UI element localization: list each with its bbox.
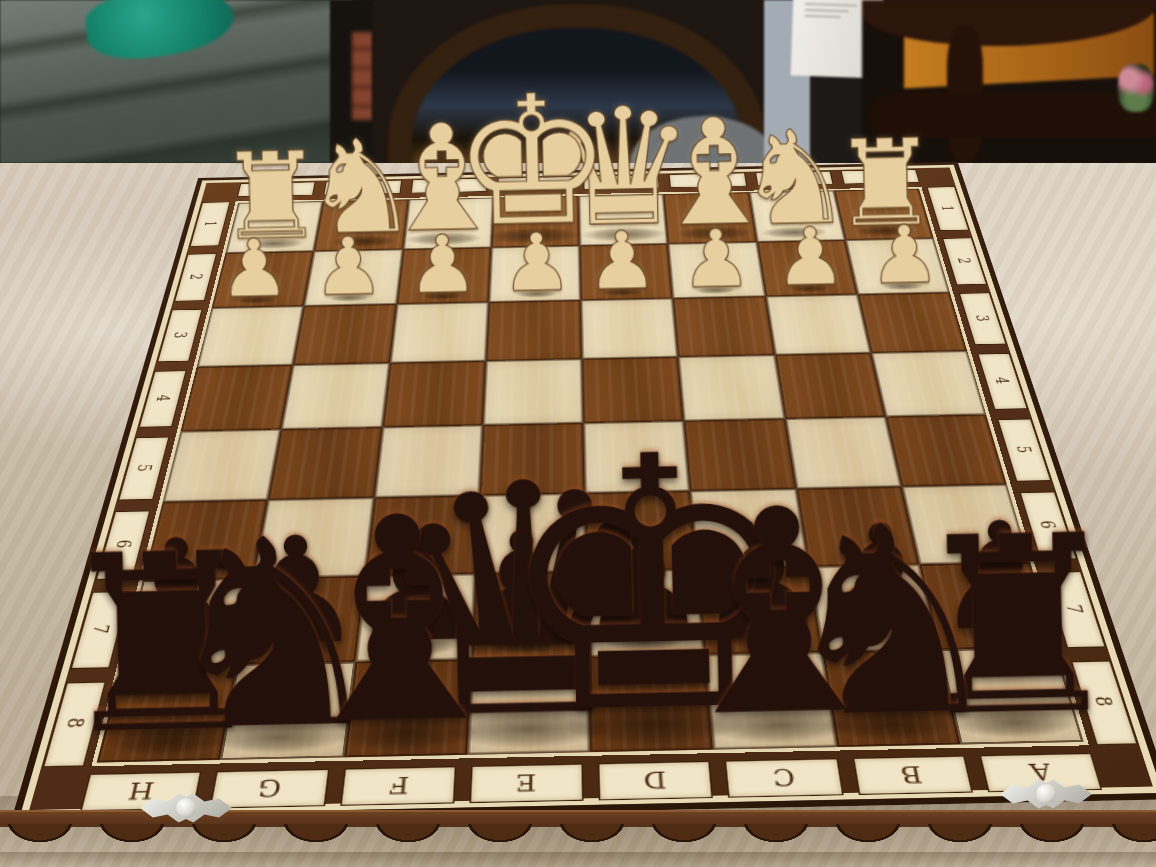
playing-field: ♜♞♝♚♛♝♞♜♟♟♟♟♟♟♟♟♟♟♟♟♟♟♟♟♜♞♝♛♚♝♞♜ [92, 187, 1090, 766]
square-f3[interactable] [389, 302, 488, 363]
square-a3[interactable] [857, 292, 967, 353]
square-c3[interactable] [673, 296, 775, 357]
file-label-near-b: B [852, 755, 973, 795]
square-g4[interactable] [281, 363, 389, 430]
square-e3[interactable] [486, 300, 582, 361]
clasp-dome-icon [1036, 784, 1056, 804]
square-d3[interactable] [581, 298, 679, 359]
square-c8[interactable]: ♝ [705, 652, 837, 750]
chess-board: HGFEDCBA HGFEDCBA 12345678 12345678 ♜♞♝♚… [10, 162, 1156, 824]
square-b3[interactable] [765, 294, 871, 355]
square-h3[interactable] [197, 306, 304, 367]
piece-white-pawn-a2[interactable]: ♟ [738, 214, 1072, 297]
square-f8[interactable]: ♝ [344, 659, 472, 757]
square-g3[interactable] [293, 304, 396, 365]
file-label-near-f: F [339, 766, 455, 806]
clasp-dome-icon [176, 798, 196, 818]
front-edge-shadow [0, 852, 1156, 867]
file-label-near-d: D [598, 761, 713, 801]
piece-black-bishop-c8[interactable]: ♝ [553, 476, 1003, 753]
file-label-near-c: C [725, 758, 843, 798]
front-edge-scallops [0, 824, 1156, 854]
file-label-near-g: G [210, 769, 329, 809]
file-label-near-e: E [469, 763, 583, 803]
square-a4[interactable] [871, 351, 986, 417]
table-scene: HGFEDCBA HGFEDCBA 12345678 12345678 ♜♞♝♚… [0, 0, 1156, 867]
square-h4[interactable] [181, 365, 294, 432]
square-a2[interactable]: ♟ [845, 238, 950, 294]
